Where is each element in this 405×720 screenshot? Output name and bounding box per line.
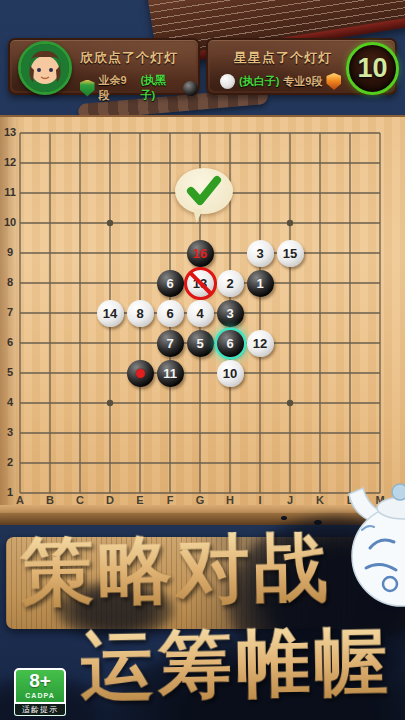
rank-medal-icon	[326, 73, 341, 90]
row-label: 11	[3, 186, 17, 198]
stone-H6: 6	[217, 330, 244, 357]
stone-J9: 15	[277, 240, 304, 267]
move-timer: 10	[346, 42, 399, 95]
player-card-white: 星星点了个灯灯 (执白子) 专业9段 10	[206, 38, 397, 95]
stone-number: 15	[283, 246, 297, 261]
stone-number: 7	[166, 336, 173, 351]
stone-I6: 12	[247, 330, 274, 357]
last-move-dot-icon	[136, 369, 145, 378]
age-rating-note: 适龄提示	[14, 704, 66, 716]
row-label: 5	[3, 366, 17, 378]
forbidden-move-icon	[184, 267, 217, 300]
player-rank-black: 业余9段	[99, 73, 137, 103]
stone-number: 2	[226, 276, 233, 291]
row-label: 10	[3, 216, 17, 228]
gomoku-board[interactable]: 12345678910111213ABCDEFGHIJKLM1631561321…	[0, 115, 405, 512]
stone-G6: 5	[187, 330, 214, 357]
stone-F7: 6	[157, 300, 184, 327]
stone-number: 6	[226, 336, 233, 351]
side-label-black: (执黑子)	[140, 73, 179, 103]
stone-D7: 14	[97, 300, 124, 327]
stone-number: 10	[223, 366, 237, 381]
row-label: 12	[3, 156, 17, 168]
stone-number: 8	[136, 306, 143, 321]
row-label: 6	[3, 336, 17, 348]
row-label: 7	[3, 306, 17, 318]
stone-E7: 8	[127, 300, 154, 327]
rank-shield-icon	[80, 80, 95, 97]
stone-number: 11	[163, 366, 177, 381]
row-label: 9	[3, 246, 17, 258]
age-rating-value: 8+	[16, 670, 64, 692]
stone-I8: 1	[247, 270, 274, 297]
stone-number: 1	[256, 276, 263, 291]
player-name-black: 欣欣点了个灯灯	[80, 49, 178, 67]
stone-number: 16	[193, 246, 207, 261]
star-point	[287, 220, 293, 226]
avatar[interactable]	[18, 41, 72, 95]
row-label: 4	[3, 396, 17, 408]
app-screen: 欣欣点了个灯灯 业余9段 (执黑子) 星星点了个灯灯 (执白子) 专业9段 10	[0, 0, 405, 720]
check-bubble	[175, 168, 233, 214]
row-label: 13	[3, 126, 17, 138]
stone-G8: 13	[187, 270, 214, 297]
timer-value: 10	[357, 53, 387, 84]
stone-number: 4	[196, 306, 203, 321]
age-rating-badge: 8+ CADPA 适龄提示	[14, 668, 66, 716]
stone-I9: 3	[247, 240, 274, 267]
stone-H5: 10	[217, 360, 244, 387]
stone-number: 3	[256, 246, 263, 261]
green-check-icon	[184, 174, 224, 208]
stone-G7: 4	[187, 300, 214, 327]
player-card-black: 欣欣点了个灯灯 业余9段 (执黑子)	[8, 38, 200, 95]
black-stone-icon	[183, 81, 198, 96]
stone-H7: 3	[217, 300, 244, 327]
player-rank-white: 专业9段	[283, 74, 322, 89]
teapot	[332, 468, 405, 622]
stone-number: 5	[196, 336, 203, 351]
white-stone-icon	[220, 74, 235, 89]
stone-F5: 11	[157, 360, 184, 387]
side-label-white: (执白子)	[239, 74, 279, 89]
stone-number: 6	[166, 276, 173, 291]
avatar-girl-illustration	[21, 44, 69, 92]
row-label: 8	[3, 276, 17, 288]
row-label: 3	[3, 426, 17, 438]
stone-number: 3	[226, 306, 233, 321]
stone-E5	[127, 360, 154, 387]
star-point	[287, 400, 293, 406]
stone-number: 6	[166, 306, 173, 321]
row-label: 2	[3, 456, 17, 468]
stone-number: 12	[253, 336, 267, 351]
slogan-line-2: 运筹帷幄	[79, 612, 393, 717]
stone-F8: 6	[157, 270, 184, 297]
stone-G9: 16	[187, 240, 214, 267]
slogan-line-1: 策略对战	[19, 518, 333, 623]
cadpa-label: CADPA	[16, 692, 64, 700]
player-name-white: 星星点了个灯灯	[234, 49, 332, 67]
star-point	[107, 400, 113, 406]
stone-H8: 2	[217, 270, 244, 297]
stone-F6: 7	[157, 330, 184, 357]
star-point	[107, 220, 113, 226]
stone-number: 14	[103, 306, 117, 321]
